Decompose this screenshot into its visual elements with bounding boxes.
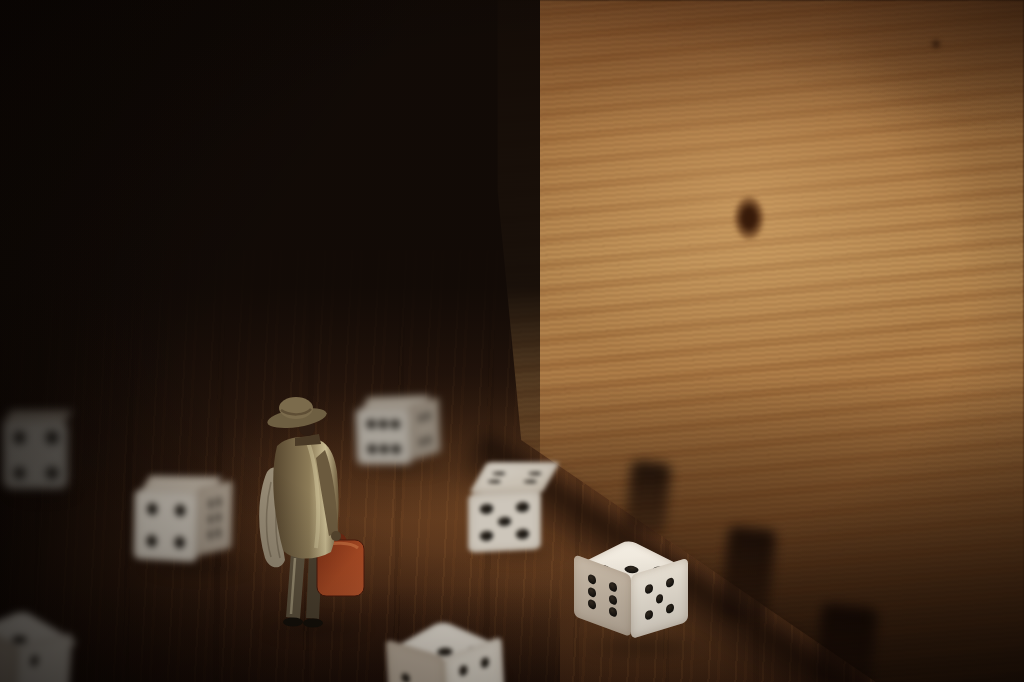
die-4 [466, 462, 549, 554]
die-3-right-face-6 [196, 480, 232, 556]
die-pip [480, 531, 493, 541]
die-pip [391, 420, 400, 429]
die-6 [385, 625, 507, 682]
figurine-left-shoe [283, 618, 303, 627]
die-pip [14, 431, 25, 443]
die-1-front-face-4 [3, 421, 68, 490]
die-pip [218, 496, 221, 507]
die-pip [46, 431, 57, 443]
die-pip [460, 664, 468, 677]
wall-base-shadow-band [814, 603, 878, 682]
die-pip [46, 467, 57, 479]
die-pip [175, 504, 185, 516]
die-5 [574, 548, 688, 652]
die-pip [481, 656, 489, 669]
die-3-front-face-4 [133, 489, 198, 562]
die-pip [392, 445, 401, 454]
figurine-hand [331, 531, 341, 541]
figurine-right-shoe [303, 619, 323, 628]
figurine-drawing [253, 392, 371, 640]
die-pip [31, 654, 39, 666]
die-pip [609, 582, 616, 593]
die-pip [516, 502, 529, 512]
die-pip [402, 672, 410, 682]
die-4-top-face-4 [469, 462, 560, 493]
die-pip [217, 511, 220, 522]
die-pip [217, 527, 220, 538]
die-pip [380, 445, 389, 454]
die-pip [588, 574, 595, 585]
die-pip [379, 420, 388, 429]
wall-base-shadow-band [624, 460, 671, 536]
photo-scene [0, 0, 1024, 682]
figurine-hat-crown [279, 397, 313, 419]
die-3 [133, 475, 235, 569]
die-pip [666, 576, 673, 587]
die-pip [516, 529, 529, 539]
die-4-front-face-5 [468, 490, 541, 553]
die-pip [480, 504, 493, 514]
wood-speck [930, 38, 942, 50]
die-pip [487, 480, 502, 483]
die-pip [656, 593, 663, 604]
die-pip [492, 472, 507, 475]
die-pip [609, 606, 616, 617]
die-pip [427, 411, 430, 420]
die-1 [2, 408, 74, 492]
die-pip [428, 435, 431, 444]
die-pip [175, 536, 185, 548]
die-pip [420, 437, 423, 446]
die-pip [523, 480, 538, 483]
die-pip [645, 583, 652, 594]
die-pip [147, 535, 157, 547]
die-pip [147, 503, 157, 515]
die-pip [209, 498, 212, 509]
miniature-man-figurine [253, 392, 371, 640]
wall-base-shadow-band [719, 526, 776, 623]
die-pip [209, 513, 212, 524]
die-pip [498, 517, 511, 527]
die-pip [666, 603, 673, 614]
die-pip [645, 609, 652, 620]
wood-knot [734, 196, 764, 240]
die-pip [588, 599, 595, 610]
die-pip [588, 586, 595, 597]
die-7 [0, 612, 74, 682]
die-pip [609, 594, 616, 605]
die-pip [420, 413, 423, 422]
die-pip [14, 467, 25, 479]
die-pip [208, 529, 211, 540]
die-2-right-face-4 [409, 397, 441, 460]
die-pip [528, 472, 543, 475]
